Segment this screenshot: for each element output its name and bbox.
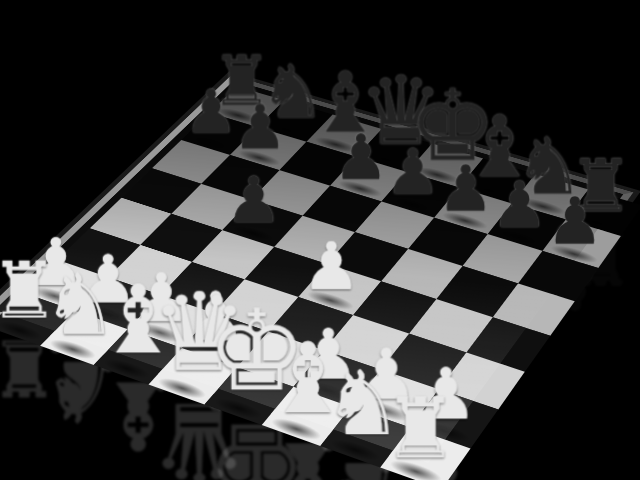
board-frame: ♜♞♝♛♚♝♞♜♟♟♟♟♟♟♟♟♟♟♟♟♟♟♟♟♜♞♝♛♚♝♞♜ [0, 75, 633, 471]
piece-white-king-e1[interactable]: ♚ [207, 295, 273, 407]
chess-scene: ♜♞♝♛♚♝♞♜♟♟♟♟♟♟♟♟♟♟♟♟♟♟♟♟♜♞♝♛♚♝♞♜ [0, 0, 640, 480]
piece-black-pawn-h7[interactable]: ♟ [545, 189, 605, 253]
piece-black-pawn-f7[interactable]: ♟ [436, 157, 495, 220]
piece-white-knight-g1[interactable]: ♞ [323, 359, 390, 449]
chess-board: ♜♞♝♛♚♝♞♜♟♟♟♟♟♟♟♟♟♟♟♟♟♟♟♟♜♞♝♛♚♝♞♜ [0, 86, 640, 480]
board-3d-wrapper: ♜♞♝♛♚♝♞♜♟♟♟♟♟♟♟♟♟♟♟♟♟♟♟♟♜♞♝♛♚♝♞♜ [0, 75, 633, 471]
piece-black-pawn-a7[interactable]: ♟ [183, 82, 239, 142]
piece-black-pawn-g7[interactable]: ♟ [490, 173, 550, 236]
square-h1[interactable]: ♜ [380, 428, 470, 480]
piece-black-pawn-d7[interactable]: ♟ [332, 126, 390, 188]
piece-white-bishop-f1[interactable]: ♝ [264, 330, 330, 427]
piece-black-pawn-e7[interactable]: ♟ [384, 141, 442, 203]
piece-black-pawn-b7[interactable]: ♟ [232, 96, 289, 156]
piece-black-pawn-c5[interactable]: ♟ [224, 169, 283, 232]
piece-white-rook-h1[interactable]: ♜ [383, 386, 451, 470]
piece-white-pawn-e4[interactable]: ♟ [300, 233, 362, 299]
